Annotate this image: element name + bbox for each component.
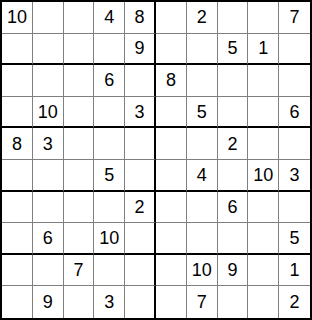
cell-r7c8[interactable]: 6: [218, 192, 249, 224]
cell-r3c8[interactable]: [218, 65, 249, 97]
cell-r9c10[interactable]: 1: [279, 255, 310, 287]
cell-r10c8[interactable]: [218, 286, 249, 318]
cell-r4c7[interactable]: 5: [187, 97, 218, 129]
cell-r3c4[interactable]: 6: [94, 65, 125, 97]
cell-r2c2[interactable]: [33, 34, 64, 66]
sudoku-board: 104827951681035683254103266105710919372: [0, 0, 312, 320]
cell-r1c5[interactable]: 8: [125, 2, 156, 34]
cell-r2c7[interactable]: [187, 34, 218, 66]
cell-r6c5[interactable]: [125, 160, 156, 192]
cell-r6c4[interactable]: 5: [94, 160, 125, 192]
cell-r4c3[interactable]: [64, 97, 95, 129]
cell-r6c9[interactable]: 10: [248, 160, 279, 192]
cell-r9c8[interactable]: 9: [218, 255, 249, 287]
cell-r8c3[interactable]: [64, 223, 95, 255]
cell-r9c5[interactable]: [125, 255, 156, 287]
cell-r3c5[interactable]: [125, 65, 156, 97]
cell-r2c5[interactable]: 9: [125, 34, 156, 66]
cell-r1c7[interactable]: 2: [187, 2, 218, 34]
cell-r10c1[interactable]: [2, 286, 33, 318]
cell-r8c9[interactable]: [248, 223, 279, 255]
cell-r1c9[interactable]: [248, 2, 279, 34]
cell-r10c4[interactable]: 3: [94, 286, 125, 318]
cell-r3c10[interactable]: [279, 65, 310, 97]
cell-r4c9[interactable]: [248, 97, 279, 129]
cell-r5c4[interactable]: [94, 128, 125, 160]
cell-r10c2[interactable]: 9: [33, 286, 64, 318]
cell-r9c6[interactable]: [156, 255, 187, 287]
cell-r8c4[interactable]: 10: [94, 223, 125, 255]
cell-r7c3[interactable]: [64, 192, 95, 224]
cell-r5c9[interactable]: [248, 128, 279, 160]
cell-r4c5[interactable]: 3: [125, 97, 156, 129]
cell-r7c2[interactable]: [33, 192, 64, 224]
cell-r3c9[interactable]: [248, 65, 279, 97]
cell-r7c1[interactable]: [2, 192, 33, 224]
cell-r2c3[interactable]: [64, 34, 95, 66]
cell-r4c4[interactable]: [94, 97, 125, 129]
cell-r2c1[interactable]: [2, 34, 33, 66]
cell-r7c6[interactable]: [156, 192, 187, 224]
cell-r3c2[interactable]: [33, 65, 64, 97]
cell-r9c2[interactable]: [33, 255, 64, 287]
cell-r8c6[interactable]: [156, 223, 187, 255]
cell-r10c9[interactable]: [248, 286, 279, 318]
cell-r2c9[interactable]: 1: [248, 34, 279, 66]
cell-r2c10[interactable]: [279, 34, 310, 66]
cell-r9c4[interactable]: [94, 255, 125, 287]
cell-r2c8[interactable]: 5: [218, 34, 249, 66]
cell-r2c4[interactable]: [94, 34, 125, 66]
cell-r4c10[interactable]: 6: [279, 97, 310, 129]
cell-r1c1[interactable]: 10: [2, 2, 33, 34]
cell-r9c1[interactable]: [2, 255, 33, 287]
cell-r9c7[interactable]: 10: [187, 255, 218, 287]
cell-r9c9[interactable]: [248, 255, 279, 287]
cell-r6c10[interactable]: 3: [279, 160, 310, 192]
cell-r10c6[interactable]: [156, 286, 187, 318]
cell-r8c2[interactable]: 6: [33, 223, 64, 255]
cell-r3c3[interactable]: [64, 65, 95, 97]
cell-r3c1[interactable]: [2, 65, 33, 97]
cell-r6c7[interactable]: 4: [187, 160, 218, 192]
cell-r10c5[interactable]: [125, 286, 156, 318]
cell-r1c2[interactable]: [33, 2, 64, 34]
cell-r6c8[interactable]: [218, 160, 249, 192]
cell-r3c7[interactable]: [187, 65, 218, 97]
cell-r2c6[interactable]: [156, 34, 187, 66]
cell-r1c3[interactable]: [64, 2, 95, 34]
cell-r1c6[interactable]: [156, 2, 187, 34]
cell-r4c2[interactable]: 10: [33, 97, 64, 129]
cell-r8c8[interactable]: [218, 223, 249, 255]
cell-r8c7[interactable]: [187, 223, 218, 255]
cell-r7c9[interactable]: [248, 192, 279, 224]
cell-r8c5[interactable]: [125, 223, 156, 255]
cell-r6c2[interactable]: [33, 160, 64, 192]
cell-r10c7[interactable]: 7: [187, 286, 218, 318]
cell-r5c8[interactable]: 2: [218, 128, 249, 160]
cell-r1c10[interactable]: 7: [279, 2, 310, 34]
cell-r6c6[interactable]: [156, 160, 187, 192]
cell-r8c1[interactable]: [2, 223, 33, 255]
cell-r1c4[interactable]: 4: [94, 2, 125, 34]
cell-r8c10[interactable]: 5: [279, 223, 310, 255]
cell-r10c10[interactable]: 2: [279, 286, 310, 318]
cell-r7c10[interactable]: [279, 192, 310, 224]
cell-r1c8[interactable]: [218, 2, 249, 34]
cell-r5c2[interactable]: 3: [33, 128, 64, 160]
cell-r6c1[interactable]: [2, 160, 33, 192]
cell-r3c6[interactable]: 8: [156, 65, 187, 97]
cell-r7c5[interactable]: 2: [125, 192, 156, 224]
cell-r7c7[interactable]: [187, 192, 218, 224]
cell-r5c10[interactable]: [279, 128, 310, 160]
cell-r7c4[interactable]: [94, 192, 125, 224]
cell-r9c3[interactable]: 7: [64, 255, 95, 287]
cell-r6c3[interactable]: [64, 160, 95, 192]
cell-r5c3[interactable]: [64, 128, 95, 160]
cell-r5c6[interactable]: [156, 128, 187, 160]
cell-r5c7[interactable]: [187, 128, 218, 160]
cell-r4c8[interactable]: [218, 97, 249, 129]
cell-r4c1[interactable]: [2, 97, 33, 129]
cell-r10c3[interactable]: [64, 286, 95, 318]
cell-r4c6[interactable]: [156, 97, 187, 129]
cell-r5c1[interactable]: 8: [2, 128, 33, 160]
cell-r5c5[interactable]: [125, 128, 156, 160]
